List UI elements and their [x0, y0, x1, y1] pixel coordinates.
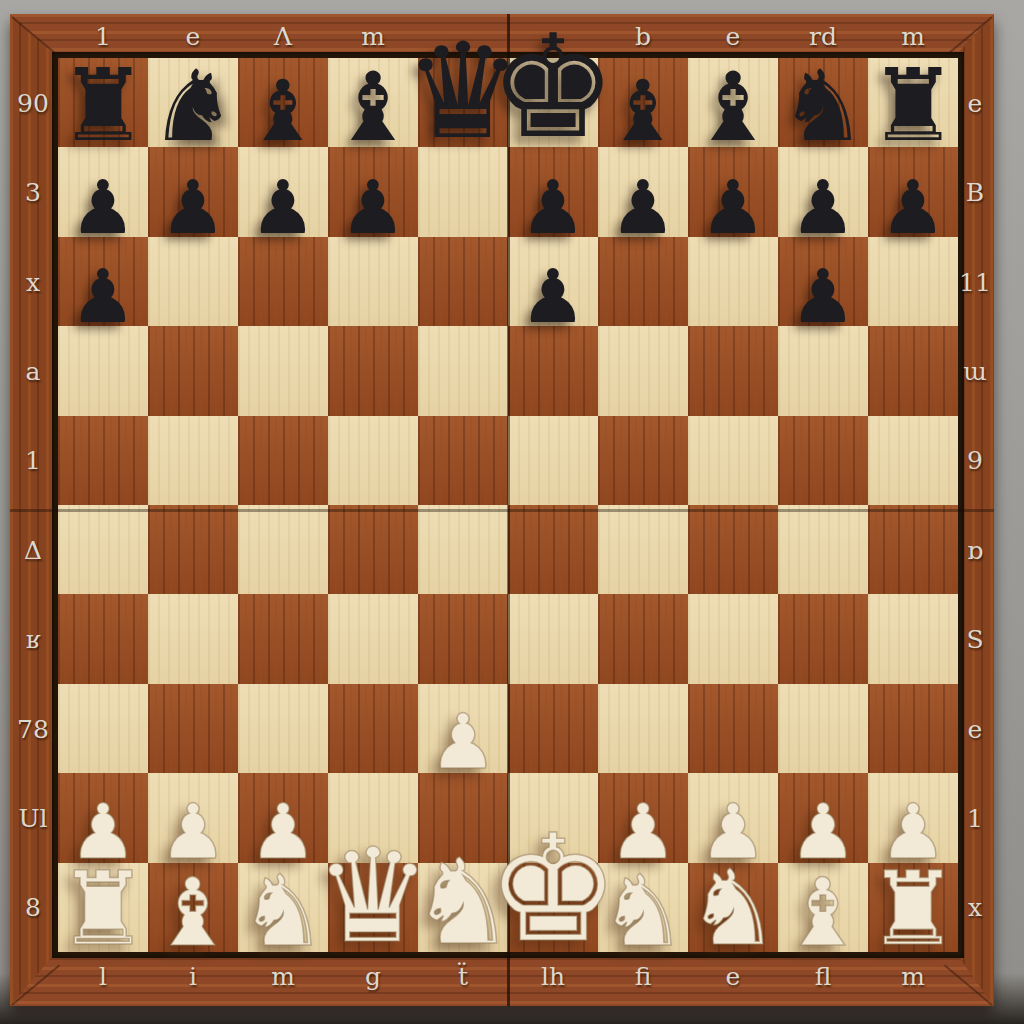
square-r7c2[interactable]: [148, 594, 238, 683]
frame-label-top-2: e: [186, 22, 201, 51]
square-r4c9[interactable]: [778, 326, 868, 415]
black-pawn[interactable]: ♟: [880, 171, 946, 241]
square-r8c8[interactable]: [688, 684, 778, 773]
square-r4c2[interactable]: [148, 326, 238, 415]
square-r7c8[interactable]: [688, 594, 778, 683]
square-r5c3[interactable]: [238, 416, 328, 505]
frame-label-top-8: e: [726, 22, 741, 51]
black-pawn[interactable]: ♟: [70, 171, 136, 241]
square-r8c7[interactable]: [598, 684, 688, 773]
frame-label-right-1: e: [968, 88, 983, 117]
frame-label-right-9: 1: [967, 803, 983, 832]
square-r6c9[interactable]: [778, 505, 868, 594]
frame-label-left-1: 90: [17, 88, 49, 117]
black-pawn[interactable]: ♟: [70, 261, 136, 331]
black-pawn[interactable]: ♟: [520, 261, 586, 331]
square-r4c1[interactable]: [58, 326, 148, 415]
fold-seam-horizontal: [10, 509, 994, 512]
frame-label-left-5: 1: [25, 446, 41, 475]
square-r3c7[interactable]: [598, 237, 688, 326]
square-r6c3[interactable]: [238, 505, 328, 594]
square-r7c4[interactable]: [328, 594, 418, 683]
black-pawn[interactable]: ♟: [160, 171, 226, 241]
frame-label-right-4: ɯ: [963, 356, 987, 385]
white-pawn[interactable]: ♟: [429, 706, 497, 778]
square-r6c7[interactable]: [598, 505, 688, 594]
square-r3c4[interactable]: [328, 237, 418, 326]
black-bishop[interactable]: ♝: [690, 63, 775, 153]
frame-label-top-4: m: [361, 22, 385, 51]
square-r8c6[interactable]: [508, 684, 598, 773]
square-r7c1[interactable]: [58, 594, 148, 683]
square-r5c5[interactable]: [418, 416, 508, 505]
white-knight[interactable]: ♞: [686, 859, 779, 958]
black-pawn[interactable]: ♟: [610, 171, 676, 241]
frame-label-top-7: b: [635, 22, 651, 51]
black-pawn[interactable]: ♟: [790, 171, 856, 241]
square-r4c5[interactable]: [418, 326, 508, 415]
square-r5c10[interactable]: [868, 416, 958, 505]
square-r8c9[interactable]: [778, 684, 868, 773]
white-pawn[interactable]: ♟: [159, 795, 227, 867]
square-r6c8[interactable]: [688, 505, 778, 594]
frame-label-right-8: e: [968, 714, 983, 743]
frame-label-left-3: x: [26, 267, 40, 296]
black-king[interactable]: ♚: [489, 20, 616, 155]
frame-label-left-9: Ul: [18, 803, 47, 832]
square-r8c10[interactable]: [868, 684, 958, 773]
square-r8c3[interactable]: [238, 684, 328, 773]
square-r5c4[interactable]: [328, 416, 418, 505]
square-r4c7[interactable]: [598, 326, 688, 415]
square-r5c6[interactable]: [508, 416, 598, 505]
square-r3c10[interactable]: [868, 237, 958, 326]
frame-label-left-2: 3: [25, 178, 41, 207]
square-r4c4[interactable]: [328, 326, 418, 415]
black-pawn[interactable]: ♟: [790, 261, 856, 331]
frame-label-left-7: ʁ: [26, 625, 41, 654]
black-bishop[interactable]: ♝: [245, 73, 320, 153]
square-r3c2[interactable]: [148, 237, 238, 326]
black-rook[interactable]: ♜: [58, 58, 148, 153]
square-r4c3[interactable]: [238, 326, 328, 415]
square-r6c4[interactable]: [328, 505, 418, 594]
black-bishop[interactable]: ♝: [330, 63, 415, 153]
square-r7c5[interactable]: [418, 594, 508, 683]
white-bishop-leaf-shaped[interactable]: ♝: [781, 868, 865, 957]
frame-label-top-3: Λ: [274, 22, 292, 51]
square-r8c2[interactable]: [148, 684, 238, 773]
frame-label-top-9: rd: [809, 22, 837, 51]
black-knight[interactable]: ♞: [149, 60, 237, 153]
frame-label-top-10: m: [901, 22, 925, 51]
square-r5c8[interactable]: [688, 416, 778, 505]
frame-label-right-3: 11: [959, 267, 991, 296]
square-r3c5[interactable]: [418, 237, 508, 326]
square-r5c2[interactable]: [148, 416, 238, 505]
frame-label-right-10: x: [968, 893, 982, 922]
frame-label-right-5: 9: [967, 446, 983, 475]
white-rook[interactable]: ♜: [867, 861, 958, 958]
square-r3c8[interactable]: [688, 237, 778, 326]
black-pawn[interactable]: ♟: [340, 171, 406, 241]
frame-label-left-10: 8: [25, 893, 41, 922]
square-r7c3[interactable]: [238, 594, 328, 683]
black-pawn[interactable]: ♟: [700, 171, 766, 241]
frame-label-left-4: a: [26, 356, 41, 385]
white-rook[interactable]: ♜: [57, 861, 148, 958]
square-r4c6[interactable]: [508, 326, 598, 415]
square-r7c10[interactable]: [868, 594, 958, 683]
frame-label-right-7: S: [966, 625, 983, 654]
square-r6c10[interactable]: [868, 505, 958, 594]
square-r4c8[interactable]: [688, 326, 778, 415]
black-rook[interactable]: ♜: [868, 58, 958, 153]
chessboard-photo: { "game": "chess", "board": { "descripti…: [0, 0, 1024, 1024]
white-pawn[interactable]: ♟: [789, 795, 857, 867]
square-r6c1[interactable]: [58, 505, 148, 594]
white-bishop-leaf-shaped[interactable]: ♝: [151, 868, 235, 957]
black-pawn[interactable]: ♟: [250, 171, 316, 241]
square-r7c7[interactable]: [598, 594, 688, 683]
square-r8c1[interactable]: [58, 684, 148, 773]
square-r7c9[interactable]: [778, 594, 868, 683]
square-r8c4[interactable]: [328, 684, 418, 773]
frame-label-right-2: B: [966, 178, 984, 207]
square-r5c9[interactable]: [778, 416, 868, 505]
frame-label-right-6: ɒ: [967, 535, 983, 564]
square-r5c1[interactable]: [58, 416, 148, 505]
square-r5c7[interactable]: [598, 416, 688, 505]
square-r4c10[interactable]: [868, 326, 958, 415]
square-r6c6[interactable]: [508, 505, 598, 594]
square-r3c3[interactable]: [238, 237, 328, 326]
white-knight-winged-figure[interactable]: ♞: [599, 865, 687, 958]
frame-label-left-8: 78: [17, 714, 49, 743]
black-bishop[interactable]: ♝: [605, 73, 680, 153]
square-r6c5[interactable]: [418, 505, 508, 594]
square-r7c6[interactable]: [508, 594, 598, 683]
frame-label-top-1: 1: [95, 22, 111, 51]
black-pawn[interactable]: ♟: [520, 171, 586, 241]
frame-label-left-6: Δ: [24, 535, 42, 564]
square-r6c2[interactable]: [148, 505, 238, 594]
black-knight[interactable]: ♞: [779, 60, 867, 153]
